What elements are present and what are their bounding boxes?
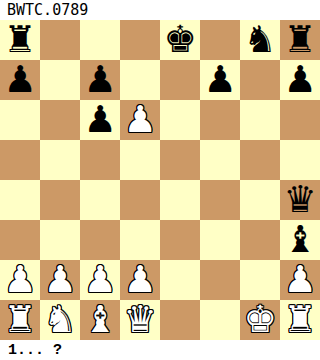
square-e1[interactable] — [160, 300, 200, 340]
square-c4[interactable] — [80, 180, 120, 220]
black-pawn: ♟ — [283, 60, 316, 100]
square-g3[interactable] — [240, 220, 280, 260]
square-b3[interactable] — [40, 220, 80, 260]
square-e6[interactable] — [160, 100, 200, 140]
white-pawn: ♟ — [123, 260, 156, 300]
black-queen: ♛ — [283, 180, 316, 220]
square-f6[interactable] — [200, 100, 240, 140]
square-g8[interactable]: ♞ — [240, 20, 280, 60]
square-c2[interactable]: ♟ — [80, 260, 120, 300]
square-d7[interactable] — [120, 60, 160, 100]
square-a8[interactable]: ♜ — [0, 20, 40, 60]
move-prompt: 1... ? — [0, 340, 320, 360]
square-c1[interactable]: ♝ — [80, 300, 120, 340]
square-b2[interactable]: ♟ — [40, 260, 80, 300]
square-b5[interactable] — [40, 140, 80, 180]
black-knight: ♞ — [243, 20, 276, 60]
black-pawn: ♟ — [83, 60, 116, 100]
square-h7[interactable]: ♟ — [280, 60, 320, 100]
square-f1[interactable] — [200, 300, 240, 340]
square-b8[interactable] — [40, 20, 80, 60]
black-pawn: ♟ — [203, 60, 236, 100]
square-g4[interactable] — [240, 180, 280, 220]
square-a7[interactable]: ♟ — [0, 60, 40, 100]
white-queen: ♛ — [123, 300, 156, 340]
square-f2[interactable] — [200, 260, 240, 300]
square-d6[interactable]: ♟ — [120, 100, 160, 140]
white-bishop: ♝ — [83, 300, 116, 340]
square-h2[interactable]: ♟ — [280, 260, 320, 300]
square-c5[interactable] — [80, 140, 120, 180]
square-b7[interactable] — [40, 60, 80, 100]
square-g1[interactable]: ♚ — [240, 300, 280, 340]
white-rook: ♜ — [3, 300, 36, 340]
square-d5[interactable] — [120, 140, 160, 180]
square-f3[interactable] — [200, 220, 240, 260]
black-bishop: ♝ — [283, 220, 316, 260]
black-pawn: ♟ — [83, 100, 116, 140]
square-g7[interactable] — [240, 60, 280, 100]
square-c6[interactable]: ♟ — [80, 100, 120, 140]
square-c3[interactable] — [80, 220, 120, 260]
square-b6[interactable] — [40, 100, 80, 140]
puzzle-id: BWTC.0789 — [0, 0, 320, 20]
white-pawn: ♟ — [123, 100, 156, 140]
square-f8[interactable] — [200, 20, 240, 60]
white-pawn: ♟ — [3, 260, 36, 300]
white-knight: ♞ — [43, 300, 76, 340]
black-pawn: ♟ — [3, 60, 36, 100]
square-f4[interactable] — [200, 180, 240, 220]
square-d2[interactable]: ♟ — [120, 260, 160, 300]
square-h4[interactable]: ♛ — [280, 180, 320, 220]
square-g5[interactable] — [240, 140, 280, 180]
square-a2[interactable]: ♟ — [0, 260, 40, 300]
white-pawn: ♟ — [43, 260, 76, 300]
white-rook: ♜ — [283, 300, 316, 340]
square-h5[interactable] — [280, 140, 320, 180]
square-e5[interactable] — [160, 140, 200, 180]
square-c8[interactable] — [80, 20, 120, 60]
square-d3[interactable] — [120, 220, 160, 260]
black-rook: ♜ — [3, 20, 36, 60]
square-f5[interactable] — [200, 140, 240, 180]
square-d8[interactable] — [120, 20, 160, 60]
square-a1[interactable]: ♜ — [0, 300, 40, 340]
square-a4[interactable] — [0, 180, 40, 220]
chess-puzzle-app: BWTC.0789 ♜♚♞♜♟♟♟♟♟♟♛♝♟♟♟♟♟♜♞♝♛♚♜ 1... ? — [0, 0, 320, 360]
chess-board: ♜♚♞♜♟♟♟♟♟♟♛♝♟♟♟♟♟♜♞♝♛♚♜ — [0, 20, 320, 340]
black-rook: ♜ — [283, 20, 316, 60]
square-c7[interactable]: ♟ — [80, 60, 120, 100]
square-h8[interactable]: ♜ — [280, 20, 320, 60]
square-b4[interactable] — [40, 180, 80, 220]
square-d4[interactable] — [120, 180, 160, 220]
square-b1[interactable]: ♞ — [40, 300, 80, 340]
square-e3[interactable] — [160, 220, 200, 260]
square-e8[interactable]: ♚ — [160, 20, 200, 60]
square-h6[interactable] — [280, 100, 320, 140]
square-h1[interactable]: ♜ — [280, 300, 320, 340]
square-a6[interactable] — [0, 100, 40, 140]
square-h3[interactable]: ♝ — [280, 220, 320, 260]
square-e2[interactable] — [160, 260, 200, 300]
black-king: ♚ — [163, 20, 196, 60]
square-e4[interactable] — [160, 180, 200, 220]
square-a3[interactable] — [0, 220, 40, 260]
white-pawn: ♟ — [83, 260, 116, 300]
square-g6[interactable] — [240, 100, 280, 140]
white-king: ♚ — [243, 300, 276, 340]
square-e7[interactable] — [160, 60, 200, 100]
square-a5[interactable] — [0, 140, 40, 180]
white-pawn: ♟ — [283, 260, 316, 300]
square-f7[interactable]: ♟ — [200, 60, 240, 100]
square-d1[interactable]: ♛ — [120, 300, 160, 340]
square-g2[interactable] — [240, 260, 280, 300]
